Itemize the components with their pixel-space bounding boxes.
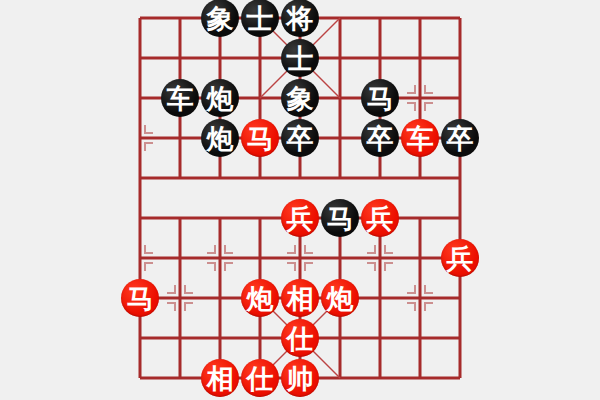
xiangqi-board: 象士将士车炮象马炮马卒卒车卒兵马兵兵马炮相炮仕相仕帅 (120, 0, 480, 398)
intersection-c4r2: 象 (280, 78, 320, 118)
piece-black-soldier[interactable]: 卒 (281, 119, 319, 157)
intersection-c4r7: 相 (280, 278, 320, 318)
piece-red-general[interactable]: 帅 (281, 359, 319, 397)
piece-red-horse[interactable]: 马 (241, 119, 279, 157)
piece-red-horse[interactable]: 马 (121, 279, 159, 317)
piece-black-general[interactable]: 将 (281, 0, 319, 37)
intersection-c6r2: 马 (360, 78, 400, 118)
piece-black-elephant[interactable]: 象 (281, 79, 319, 117)
intersection-c2r9: 相 (200, 358, 240, 398)
intersection-c5r5: 马 (320, 198, 360, 238)
piece-black-horse[interactable]: 马 (321, 199, 359, 237)
intersection-c7r3: 车 (400, 118, 440, 158)
intersection-c4r8: 仕 (280, 318, 320, 358)
intersection-c3r0: 士 (240, 0, 280, 38)
intersection-c6r5: 兵 (360, 198, 400, 238)
intersection-c4r0: 将 (280, 0, 320, 38)
intersection-c3r9: 仕 (240, 358, 280, 398)
intersection-c2r3: 炮 (200, 118, 240, 158)
intersection-c2r2: 炮 (200, 78, 240, 118)
piece-red-chariot[interactable]: 车 (401, 119, 439, 157)
piece-black-cannon[interactable]: 炮 (201, 119, 239, 157)
intersection-c5r7: 炮 (320, 278, 360, 318)
intersection-c6r3: 卒 (360, 118, 400, 158)
piece-red-soldier[interactable]: 兵 (361, 199, 399, 237)
piece-red-cannon[interactable]: 炮 (241, 279, 279, 317)
intersection-c0r7: 马 (120, 278, 160, 318)
intersection-c4r1: 士 (280, 38, 320, 78)
intersection-c4r3: 卒 (280, 118, 320, 158)
piece-red-advisor[interactable]: 仕 (241, 359, 279, 397)
xiangqi-app: 象士将士车炮象马炮马卒卒车卒兵马兵兵马炮相炮仕相仕帅 (0, 0, 600, 400)
piece-black-soldier[interactable]: 卒 (361, 119, 399, 157)
piece-red-elephant[interactable]: 相 (281, 279, 319, 317)
intersection-c4r5: 兵 (280, 198, 320, 238)
intersection-c8r3: 卒 (440, 118, 480, 158)
intersection-c3r3: 马 (240, 118, 280, 158)
intersection-c2r0: 象 (200, 0, 240, 38)
piece-red-cannon[interactable]: 炮 (321, 279, 359, 317)
piece-red-elephant[interactable]: 相 (201, 359, 239, 397)
piece-black-cannon[interactable]: 炮 (201, 79, 239, 117)
piece-black-horse[interactable]: 马 (361, 79, 399, 117)
piece-black-advisor[interactable]: 士 (281, 39, 319, 77)
intersection-c1r2: 车 (160, 78, 200, 118)
piece-red-soldier[interactable]: 兵 (441, 239, 479, 277)
intersection-c3r7: 炮 (240, 278, 280, 318)
piece-black-advisor[interactable]: 士 (241, 0, 279, 37)
piece-black-soldier[interactable]: 卒 (441, 119, 479, 157)
intersection-c8r6: 兵 (440, 238, 480, 278)
piece-red-soldier[interactable]: 兵 (281, 199, 319, 237)
intersection-c4r9: 帅 (280, 358, 320, 398)
piece-red-advisor[interactable]: 仕 (281, 319, 319, 357)
piece-black-chariot[interactable]: 车 (161, 79, 199, 117)
piece-black-elephant[interactable]: 象 (201, 0, 239, 37)
